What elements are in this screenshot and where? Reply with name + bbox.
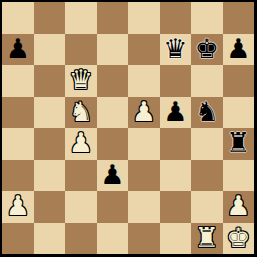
square-f7[interactable]: ♛: [160, 34, 192, 66]
square-d6[interactable]: [97, 65, 129, 97]
square-b1[interactable]: [34, 223, 66, 255]
square-d2[interactable]: [97, 191, 129, 223]
white-rook[interactable]: ♜: [195, 224, 219, 251]
square-g2[interactable]: [191, 191, 223, 223]
square-h5[interactable]: [223, 97, 255, 129]
black-pawn[interactable]: ♟: [100, 161, 124, 188]
square-f8[interactable]: [160, 2, 192, 34]
chess-board-frame: ♟♛♚♟♛♞♟♟♞♟♜♟♟♟♜♚: [0, 0, 257, 257]
square-g5[interactable]: ♞: [191, 97, 223, 129]
white-pawn[interactable]: ♟: [226, 192, 250, 219]
chess-board: ♟♛♚♟♛♞♟♟♞♟♜♟♟♟♜♚: [2, 2, 254, 254]
square-c1[interactable]: [65, 223, 97, 255]
square-b6[interactable]: [34, 65, 66, 97]
square-d5[interactable]: [97, 97, 129, 129]
square-e2[interactable]: [128, 191, 160, 223]
square-g3[interactable]: [191, 160, 223, 192]
square-b5[interactable]: [34, 97, 66, 129]
square-h1[interactable]: ♚: [223, 223, 255, 255]
white-pawn[interactable]: ♟: [69, 129, 93, 156]
square-c6[interactable]: ♛: [65, 65, 97, 97]
black-pawn[interactable]: ♟: [6, 35, 30, 62]
white-king[interactable]: ♚: [226, 224, 250, 251]
square-f3[interactable]: [160, 160, 192, 192]
square-e5[interactable]: ♟: [128, 97, 160, 129]
square-a2[interactable]: ♟: [2, 191, 34, 223]
square-b3[interactable]: [34, 160, 66, 192]
square-d8[interactable]: [97, 2, 129, 34]
square-b4[interactable]: [34, 128, 66, 160]
white-pawn[interactable]: ♟: [132, 98, 156, 125]
square-f6[interactable]: [160, 65, 192, 97]
black-queen[interactable]: ♛: [163, 35, 187, 62]
white-pawn[interactable]: ♟: [6, 192, 30, 219]
square-g6[interactable]: [191, 65, 223, 97]
square-c7[interactable]: [65, 34, 97, 66]
square-a5[interactable]: [2, 97, 34, 129]
square-b7[interactable]: [34, 34, 66, 66]
square-g7[interactable]: ♚: [191, 34, 223, 66]
black-rook[interactable]: ♜: [226, 129, 250, 156]
square-f4[interactable]: [160, 128, 192, 160]
square-d7[interactable]: [97, 34, 129, 66]
square-h7[interactable]: ♟: [223, 34, 255, 66]
square-e1[interactable]: [128, 223, 160, 255]
square-f5[interactable]: ♟: [160, 97, 192, 129]
black-knight[interactable]: ♞: [195, 98, 219, 125]
square-d3[interactable]: ♟: [97, 160, 129, 192]
square-b8[interactable]: [34, 2, 66, 34]
square-g1[interactable]: ♜: [191, 223, 223, 255]
square-a8[interactable]: [2, 2, 34, 34]
square-h4[interactable]: ♜: [223, 128, 255, 160]
square-c8[interactable]: [65, 2, 97, 34]
square-c3[interactable]: [65, 160, 97, 192]
white-knight[interactable]: ♞: [69, 98, 93, 125]
square-a3[interactable]: [2, 160, 34, 192]
square-e7[interactable]: [128, 34, 160, 66]
square-f2[interactable]: [160, 191, 192, 223]
square-a1[interactable]: [2, 223, 34, 255]
black-pawn[interactable]: ♟: [163, 98, 187, 125]
square-c5[interactable]: ♞: [65, 97, 97, 129]
square-e6[interactable]: [128, 65, 160, 97]
white-queen[interactable]: ♛: [69, 66, 93, 93]
black-pawn[interactable]: ♟: [226, 35, 250, 62]
square-a4[interactable]: [2, 128, 34, 160]
square-f1[interactable]: [160, 223, 192, 255]
square-d1[interactable]: [97, 223, 129, 255]
square-g4[interactable]: [191, 128, 223, 160]
square-c2[interactable]: [65, 191, 97, 223]
square-c4[interactable]: ♟: [65, 128, 97, 160]
square-a6[interactable]: [2, 65, 34, 97]
square-g8[interactable]: [191, 2, 223, 34]
square-d4[interactable]: [97, 128, 129, 160]
square-a7[interactable]: ♟: [2, 34, 34, 66]
square-h8[interactable]: [223, 2, 255, 34]
square-e4[interactable]: [128, 128, 160, 160]
square-b2[interactable]: [34, 191, 66, 223]
square-h3[interactable]: [223, 160, 255, 192]
square-e3[interactable]: [128, 160, 160, 192]
square-h6[interactable]: [223, 65, 255, 97]
black-king[interactable]: ♚: [195, 35, 219, 62]
square-h2[interactable]: ♟: [223, 191, 255, 223]
square-e8[interactable]: [128, 2, 160, 34]
